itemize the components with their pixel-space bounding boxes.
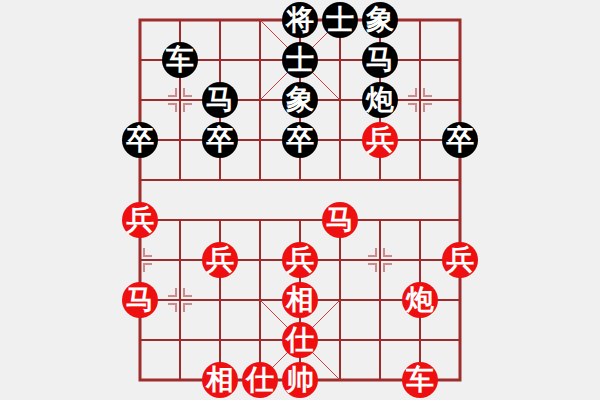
piece-black-advisor[interactable]: 士: [322, 2, 358, 38]
piece-black-general[interactable]: 将: [282, 2, 318, 38]
piece-red-elephant[interactable]: 相: [202, 362, 238, 398]
piece-red-soldier[interactable]: 兵: [362, 122, 398, 158]
piece-black-cannon[interactable]: 炮: [362, 82, 398, 118]
piece-black-advisor[interactable]: 士: [282, 42, 318, 78]
piece-red-advisor[interactable]: 仕: [282, 322, 318, 358]
app-background: 将士象车士马马象炮卒卒卒兵卒兵马兵兵兵马相炮仕相仕帅车: [0, 0, 600, 400]
piece-red-horse[interactable]: 马: [322, 202, 358, 238]
piece-red-soldier[interactable]: 兵: [202, 242, 238, 278]
piece-red-soldier[interactable]: 兵: [442, 242, 478, 278]
piece-red-chariot[interactable]: 车: [402, 362, 438, 398]
piece-black-elephant[interactable]: 象: [362, 2, 398, 38]
piece-red-elephant[interactable]: 相: [282, 282, 318, 318]
piece-red-soldier[interactable]: 兵: [122, 202, 158, 238]
piece-black-soldier[interactable]: 卒: [122, 122, 158, 158]
piece-red-general[interactable]: 帅: [282, 362, 318, 398]
piece-black-horse[interactable]: 马: [202, 82, 238, 118]
piece-black-soldier[interactable]: 卒: [442, 122, 478, 158]
piece-red-horse[interactable]: 马: [122, 282, 158, 318]
piece-black-chariot[interactable]: 车: [162, 42, 198, 78]
piece-red-advisor[interactable]: 仕: [242, 362, 278, 398]
piece-red-soldier[interactable]: 兵: [282, 242, 318, 278]
xiangqi-board[interactable]: 将士象车士马马象炮卒卒卒兵卒兵马兵兵兵马相炮仕相仕帅车: [0, 0, 600, 400]
piece-red-cannon[interactable]: 炮: [402, 282, 438, 318]
piece-black-soldier[interactable]: 卒: [202, 122, 238, 158]
piece-black-soldier[interactable]: 卒: [282, 122, 318, 158]
piece-black-horse[interactable]: 马: [362, 42, 398, 78]
piece-black-elephant[interactable]: 象: [282, 82, 318, 118]
